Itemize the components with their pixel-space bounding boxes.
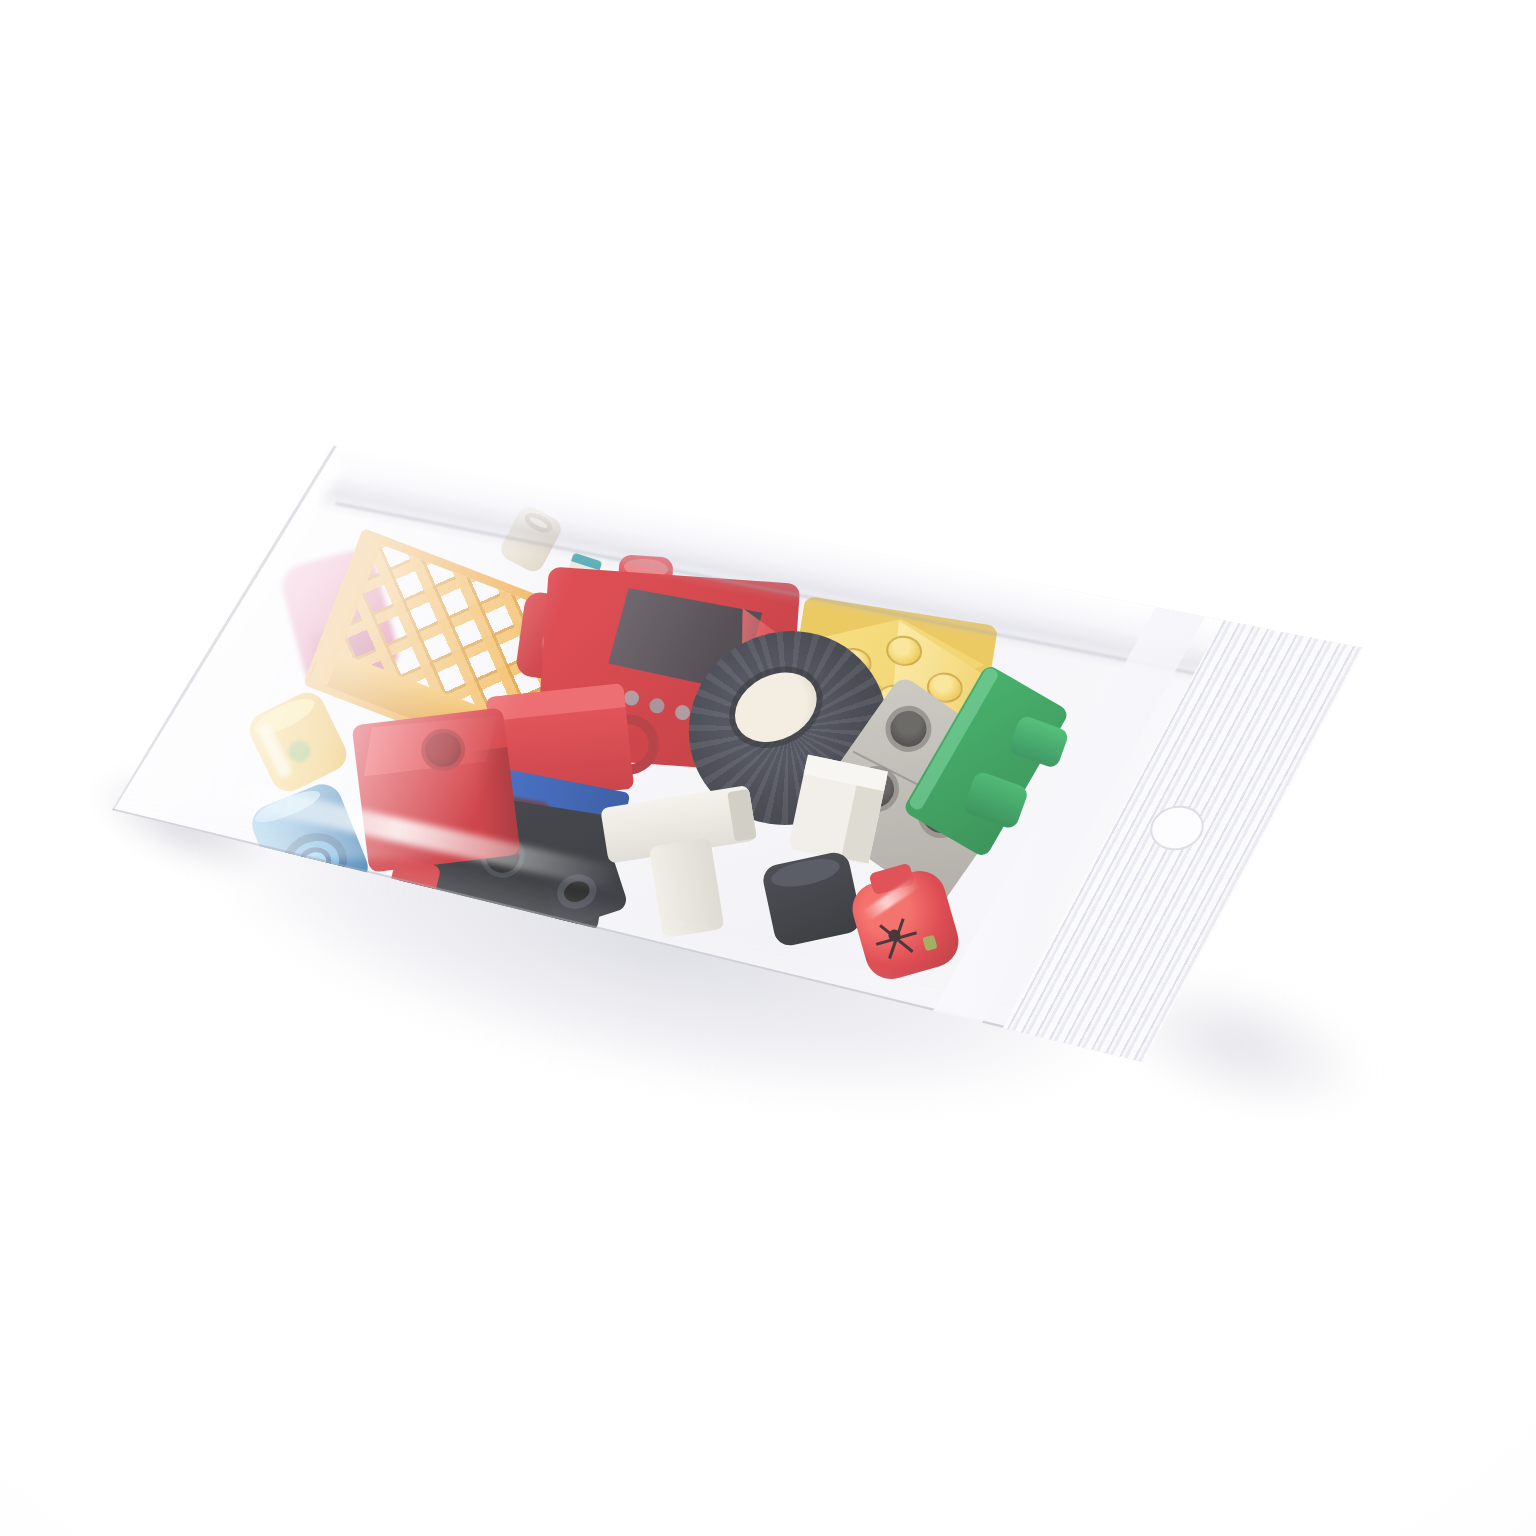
product-photo-stage [0,0,1536,1536]
